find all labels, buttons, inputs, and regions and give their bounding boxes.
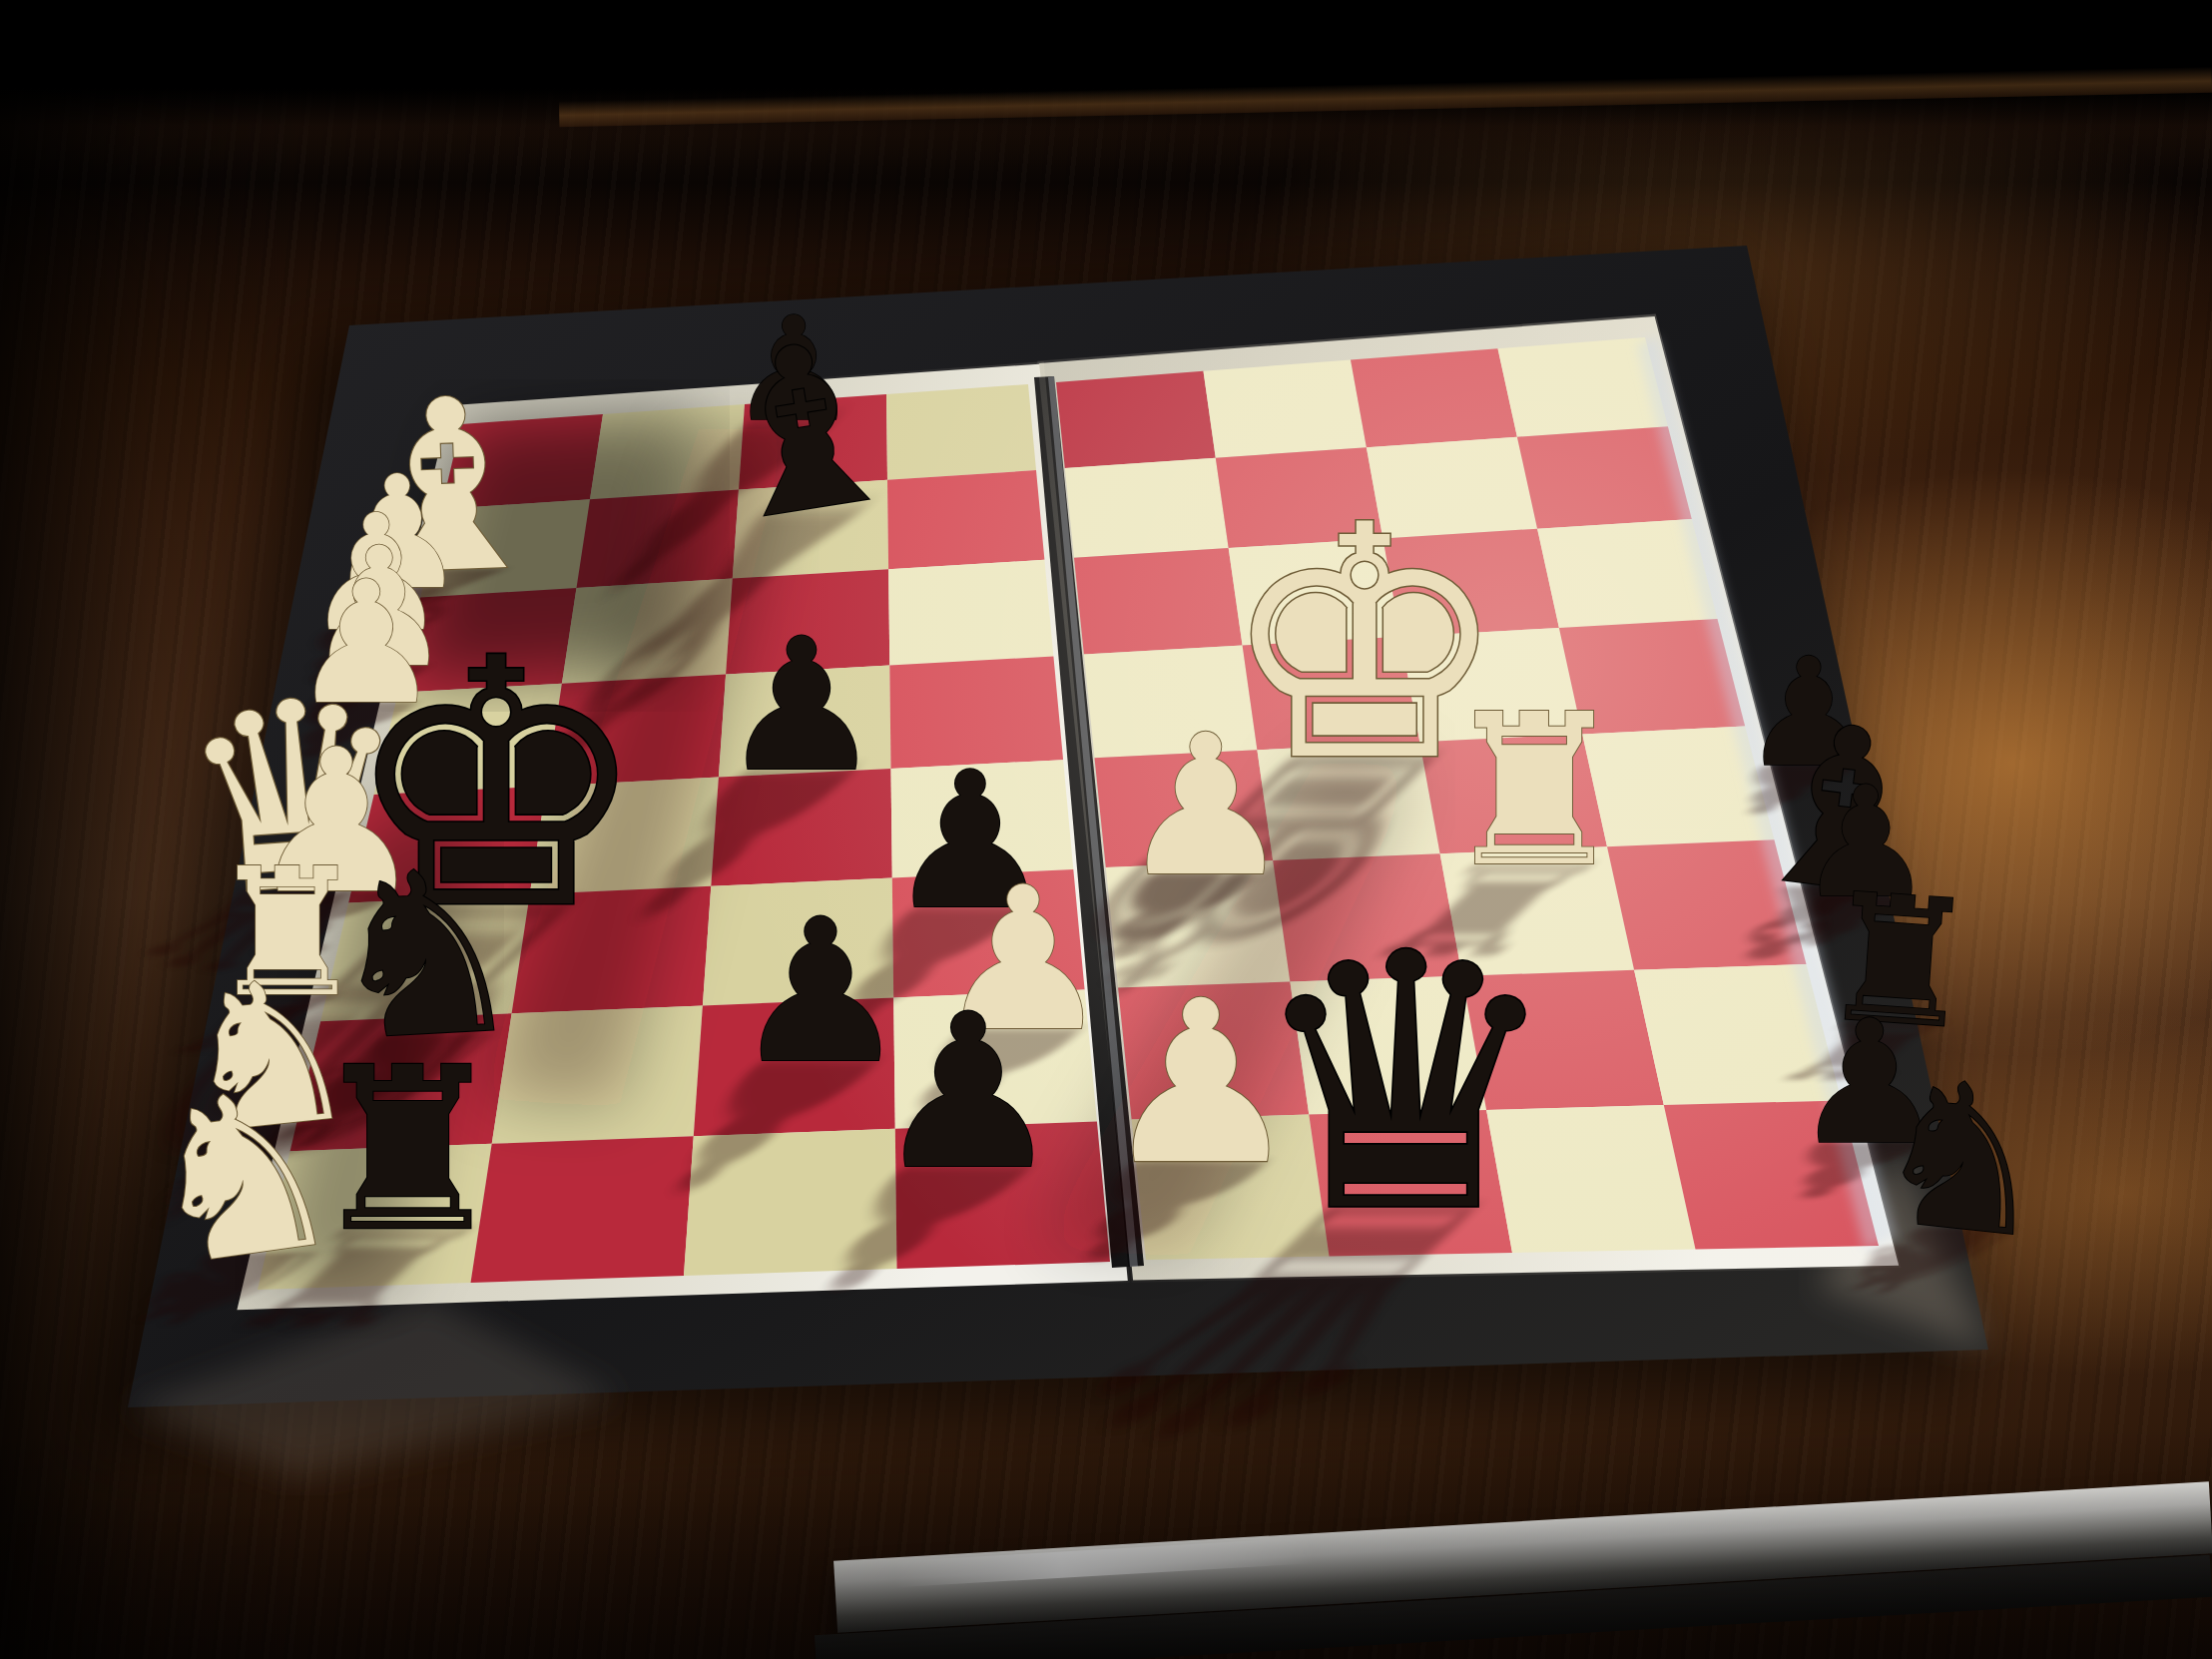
piece-black-queen-f1[interactable]: ♛ <box>1248 879 1563 1289</box>
chess-board: ♟♟♝♝♝♝♟♟♟♟♟♟♟♟♚♚♟♟♟♟♜♜♟♟♛♛♝♝♟♟♟♟♚♚♟♟♜♜♜♜… <box>0 0 2212 1659</box>
photo-scene: ♟♟♝♝♝♝♟♟♟♟♟♟♟♟♚♚♟♟♟♟♜♜♟♟♛♛♝♝♟♟♟♟♚♚♟♟♜♜♜♜… <box>0 0 2212 1659</box>
piece-black-pawn-d1[interactable]: ♟ <box>873 968 1064 1216</box>
captured-black-knight[interactable]: ♞ <box>1861 1033 2064 1285</box>
piece-black-pawn-c4[interactable]: ♟ <box>720 599 883 812</box>
piece-black-bishop-c7[interactable]: ♝ <box>685 285 924 575</box>
piece-white-rook-h4[interactable]: ♜ <box>1440 669 1628 913</box>
captured-white-knight[interactable]: ♞ <box>127 1036 358 1318</box>
